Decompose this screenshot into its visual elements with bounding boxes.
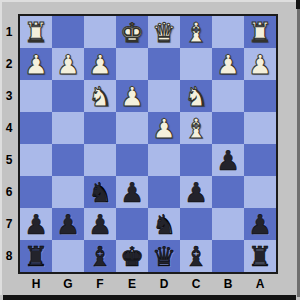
piece-black-knight-f6[interactable]: ♞ — [88, 179, 112, 206]
square-b4[interactable] — [212, 112, 244, 144]
rank-label-8: 8 — [0, 240, 18, 272]
rank-label-4: 4 — [0, 112, 18, 144]
square-b8[interactable] — [212, 240, 244, 272]
square-f7[interactable]: ♟ — [84, 208, 116, 240]
rank-label-7: 7 — [0, 208, 18, 240]
rank-label-6: 6 — [0, 176, 18, 208]
square-a2[interactable]: ♟ — [244, 48, 276, 80]
bevel-top-highlight — [0, 0, 296, 2]
square-h2[interactable]: ♟ — [20, 48, 52, 80]
square-e4[interactable] — [116, 112, 148, 144]
piece-black-pawn-c6[interactable]: ♟ — [184, 179, 208, 206]
square-f5[interactable] — [84, 144, 116, 176]
square-d8[interactable]: ♛ — [148, 240, 180, 272]
piece-black-pawn-h7[interactable]: ♟ — [24, 211, 48, 238]
piece-white-pawn-e3[interactable]: ♟ — [120, 83, 144, 110]
square-g7[interactable]: ♟ — [52, 208, 84, 240]
bevel-right-shadow — [297, 9, 300, 297]
square-c5[interactable] — [180, 144, 212, 176]
square-g3[interactable] — [52, 80, 84, 112]
square-g8[interactable] — [52, 240, 84, 272]
square-b6[interactable] — [212, 176, 244, 208]
square-f4[interactable] — [84, 112, 116, 144]
square-a6[interactable] — [244, 176, 276, 208]
piece-white-pawn-d4[interactable]: ♟ — [152, 115, 176, 142]
square-g4[interactable] — [52, 112, 84, 144]
square-f8[interactable]: ♝ — [84, 240, 116, 272]
square-g5[interactable] — [52, 144, 84, 176]
piece-black-rook-a8[interactable]: ♜ — [248, 243, 272, 270]
square-c7[interactable] — [180, 208, 212, 240]
piece-black-rook-h8[interactable]: ♜ — [24, 243, 48, 270]
square-h4[interactable] — [20, 112, 52, 144]
file-label-g: G — [52, 275, 84, 293]
file-label-h: H — [20, 275, 52, 293]
square-e2[interactable] — [116, 48, 148, 80]
square-e5[interactable] — [116, 144, 148, 176]
square-e7[interactable] — [116, 208, 148, 240]
piece-black-king-e8[interactable]: ♚ — [120, 243, 144, 270]
square-d1[interactable]: ♛ — [148, 16, 180, 48]
piece-white-bishop-c4[interactable]: ♝ — [184, 115, 208, 142]
piece-black-knight-d7[interactable]: ♞ — [152, 211, 176, 238]
square-e8[interactable]: ♚ — [116, 240, 148, 272]
square-d7[interactable]: ♞ — [148, 208, 180, 240]
square-g1[interactable] — [52, 16, 84, 48]
file-label-c: C — [180, 275, 212, 293]
piece-white-knight-f3[interactable]: ♞ — [88, 83, 112, 110]
file-label-d: D — [148, 275, 180, 293]
square-h6[interactable] — [20, 176, 52, 208]
piece-white-rook-a1[interactable]: ♜ — [248, 19, 272, 46]
square-a8[interactable]: ♜ — [244, 240, 276, 272]
piece-black-pawn-f7[interactable]: ♟ — [88, 211, 112, 238]
chess-board-widget: 12345678 ♜♚♛♝♜♟♟♟♟♟♞♟♞♟♝♟♞♟♟♟♟♟♞♟♜♝♚♛♝♜ … — [0, 0, 300, 300]
file-labels: HGFEDCBA — [20, 275, 276, 293]
piece-black-pawn-b5[interactable]: ♟ — [216, 147, 240, 174]
square-b7[interactable] — [212, 208, 244, 240]
square-a1[interactable]: ♜ — [244, 16, 276, 48]
square-f6[interactable]: ♞ — [84, 176, 116, 208]
square-c8[interactable]: ♝ — [180, 240, 212, 272]
square-d4[interactable]: ♟ — [148, 112, 180, 144]
piece-black-bishop-f8[interactable]: ♝ — [88, 243, 112, 270]
square-f1[interactable] — [84, 16, 116, 48]
bevel-corner-notch — [296, 0, 300, 9]
piece-white-knight-c3[interactable]: ♞ — [184, 83, 208, 110]
piece-white-rook-h1[interactable]: ♜ — [24, 19, 48, 46]
board[interactable]: ♜♚♛♝♜♟♟♟♟♟♞♟♞♟♝♟♞♟♟♟♟♟♞♟♜♝♚♛♝♜ — [18, 14, 278, 274]
square-a5[interactable] — [244, 144, 276, 176]
square-a3[interactable] — [244, 80, 276, 112]
square-f3[interactable]: ♞ — [84, 80, 116, 112]
rank-label-5: 5 — [0, 144, 18, 176]
square-d2[interactable] — [148, 48, 180, 80]
file-label-a: A — [244, 275, 276, 293]
rank-labels: 12345678 — [0, 16, 18, 272]
square-c6[interactable]: ♟ — [180, 176, 212, 208]
square-e1[interactable]: ♚ — [116, 16, 148, 48]
square-e3[interactable]: ♟ — [116, 80, 148, 112]
piece-black-queen-d8[interactable]: ♛ — [152, 243, 176, 270]
file-label-e: E — [116, 275, 148, 293]
square-b3[interactable] — [212, 80, 244, 112]
piece-black-pawn-a7[interactable]: ♟ — [248, 211, 272, 238]
square-d5[interactable] — [148, 144, 180, 176]
square-h1[interactable]: ♜ — [20, 16, 52, 48]
square-c4[interactable]: ♝ — [180, 112, 212, 144]
square-e6[interactable]: ♟ — [116, 176, 148, 208]
square-f2[interactable]: ♟ — [84, 48, 116, 80]
square-h7[interactable]: ♟ — [20, 208, 52, 240]
piece-white-pawn-b2[interactable]: ♟ — [216, 51, 240, 78]
square-d3[interactable] — [148, 80, 180, 112]
square-c1[interactable]: ♝ — [180, 16, 212, 48]
square-c3[interactable]: ♞ — [180, 80, 212, 112]
piece-black-pawn-e6[interactable]: ♟ — [120, 179, 144, 206]
piece-black-bishop-c8[interactable]: ♝ — [184, 243, 208, 270]
square-b5[interactable]: ♟ — [212, 144, 244, 176]
square-h5[interactable] — [20, 144, 52, 176]
file-label-f: F — [84, 275, 116, 293]
rank-label-3: 3 — [0, 80, 18, 112]
rank-label-2: 2 — [0, 48, 18, 80]
bevel-bottom-shadow — [3, 295, 296, 300]
square-g6[interactable] — [52, 176, 84, 208]
square-h8[interactable]: ♜ — [20, 240, 52, 272]
square-c2[interactable] — [180, 48, 212, 80]
piece-black-pawn-g7[interactable]: ♟ — [56, 211, 80, 238]
piece-white-pawn-a2[interactable]: ♟ — [248, 51, 272, 78]
square-b1[interactable] — [212, 16, 244, 48]
square-a7[interactable]: ♟ — [244, 208, 276, 240]
square-d6[interactable] — [148, 176, 180, 208]
square-b2[interactable]: ♟ — [212, 48, 244, 80]
piece-white-pawn-h2[interactable]: ♟ — [24, 51, 48, 78]
piece-white-queen-d1[interactable]: ♛ — [152, 19, 176, 46]
piece-white-pawn-f2[interactable]: ♟ — [88, 51, 112, 78]
rank-label-1: 1 — [0, 16, 18, 48]
piece-white-king-e1[interactable]: ♚ — [120, 19, 144, 46]
square-a4[interactable] — [244, 112, 276, 144]
piece-white-pawn-g2[interactable]: ♟ — [56, 51, 80, 78]
square-g2[interactable]: ♟ — [52, 48, 84, 80]
file-label-b: B — [212, 275, 244, 293]
piece-white-bishop-c1[interactable]: ♝ — [184, 19, 208, 46]
square-h3[interactable] — [20, 80, 52, 112]
